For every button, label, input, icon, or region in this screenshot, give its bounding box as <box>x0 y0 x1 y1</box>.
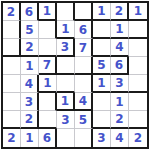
cell-r6c4[interactable]: 1 <box>57 93 75 111</box>
cell-r8c6[interactable]: 3 <box>93 129 111 147</box>
cell-r3c5[interactable]: 7 <box>75 39 93 57</box>
cell-r2c3[interactable] <box>39 21 57 39</box>
cell-r7c1[interactable] <box>3 111 21 129</box>
cell-r6c2[interactable]: 3 <box>21 93 39 111</box>
cell-r3c3[interactable] <box>39 39 57 57</box>
cell-r6c7[interactable]: 1 <box>111 93 129 111</box>
cell-r5c2[interactable]: 4 <box>21 75 39 93</box>
cell-r1c2[interactable]: 6 <box>21 3 39 21</box>
cell-r2c7[interactable]: 1 <box>111 21 129 39</box>
cell-r3c8[interactable] <box>129 39 147 57</box>
cell-r7c7[interactable]: 2 <box>111 111 129 129</box>
cell-r4c1[interactable] <box>3 57 21 75</box>
cell-r4c3[interactable]: 7 <box>39 57 57 75</box>
cell-r5c8[interactable] <box>129 75 147 93</box>
suguru-board: 261121516123741756411331412352216342 <box>1 1 149 149</box>
cell-r1c7[interactable]: 2 <box>111 3 129 21</box>
cell-r3c7[interactable]: 4 <box>111 39 129 57</box>
cell-r4c6[interactable]: 5 <box>93 57 111 75</box>
cell-r3c6[interactable] <box>93 39 111 57</box>
cell-r4c7[interactable]: 6 <box>111 57 129 75</box>
cell-r7c8[interactable] <box>129 111 147 129</box>
cell-r1c1[interactable]: 2 <box>3 3 21 21</box>
cell-r1c8[interactable]: 1 <box>129 3 147 21</box>
cell-r8c4[interactable] <box>57 129 75 147</box>
cell-r5c1[interactable] <box>3 75 21 93</box>
cell-r7c3[interactable] <box>39 111 57 129</box>
cell-r6c1[interactable] <box>3 93 21 111</box>
cell-r6c5[interactable]: 4 <box>75 93 93 111</box>
cell-r5c5[interactable] <box>75 75 93 93</box>
cell-r2c1[interactable] <box>3 21 21 39</box>
cell-r6c8[interactable] <box>129 93 147 111</box>
cell-r6c3[interactable] <box>39 93 57 111</box>
cell-r4c8[interactable] <box>129 57 147 75</box>
cell-r8c3[interactable]: 6 <box>39 129 57 147</box>
cell-r8c2[interactable]: 1 <box>21 129 39 147</box>
cell-r5c6[interactable]: 1 <box>93 75 111 93</box>
cell-r1c4[interactable] <box>57 3 75 21</box>
cell-r4c2[interactable]: 1 <box>21 57 39 75</box>
cell-r4c5[interactable] <box>75 57 93 75</box>
cell-r3c2[interactable]: 2 <box>21 39 39 57</box>
cell-r8c7[interactable]: 4 <box>111 129 129 147</box>
cell-r2c5[interactable]: 6 <box>75 21 93 39</box>
cell-r2c4[interactable]: 1 <box>57 21 75 39</box>
cell-r5c4[interactable] <box>57 75 75 93</box>
cell-r4c4[interactable] <box>57 57 75 75</box>
cell-r2c2[interactable]: 5 <box>21 21 39 39</box>
cell-r5c3[interactable]: 1 <box>39 75 57 93</box>
cell-r3c1[interactable] <box>3 39 21 57</box>
cell-r2c6[interactable] <box>93 21 111 39</box>
cell-r6c6[interactable] <box>93 93 111 111</box>
cell-r7c6[interactable] <box>93 111 111 129</box>
cell-r1c3[interactable]: 1 <box>39 3 57 21</box>
cell-r8c1[interactable]: 2 <box>3 129 21 147</box>
cell-r7c5[interactable]: 5 <box>75 111 93 129</box>
cell-r1c6[interactable]: 1 <box>93 3 111 21</box>
cell-r8c8[interactable]: 2 <box>129 129 147 147</box>
cell-r2c8[interactable] <box>129 21 147 39</box>
cell-r8c5[interactable] <box>75 129 93 147</box>
cell-r7c4[interactable]: 3 <box>57 111 75 129</box>
cell-r7c2[interactable]: 2 <box>21 111 39 129</box>
cell-r3c4[interactable]: 3 <box>57 39 75 57</box>
cell-r1c5[interactable] <box>75 3 93 21</box>
cell-r5c7[interactable]: 3 <box>111 75 129 93</box>
